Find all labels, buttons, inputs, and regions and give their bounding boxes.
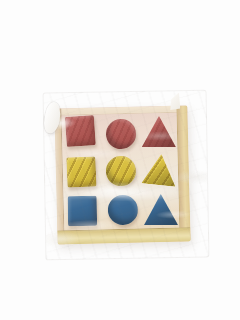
board-frame-bottom bbox=[57, 227, 190, 244]
red-circle-piece bbox=[106, 119, 137, 150]
cell-r2c1 bbox=[61, 154, 100, 191]
cell-r3c1 bbox=[62, 193, 101, 230]
yellow-triangle-piece bbox=[141, 152, 178, 186]
blue-square-piece bbox=[67, 196, 96, 226]
cell-r2c2 bbox=[100, 153, 139, 190]
cell-r3c3 bbox=[139, 191, 178, 228]
blue-triangle-piece bbox=[144, 193, 178, 224]
product-photo bbox=[0, 0, 240, 320]
red-square-piece bbox=[64, 115, 95, 147]
yellow-circle-piece bbox=[106, 156, 137, 187]
cell-r1c1 bbox=[61, 115, 100, 152]
cell-r3c2 bbox=[101, 192, 140, 229]
cell-r1c2 bbox=[99, 114, 138, 151]
yellow-square-piece bbox=[66, 156, 96, 187]
puzzle-board bbox=[54, 105, 190, 244]
shape-grid bbox=[61, 113, 179, 230]
red-triangle-piece bbox=[142, 116, 176, 147]
cell-r1c3 bbox=[137, 113, 176, 150]
cell-r2c3 bbox=[138, 152, 177, 189]
blue-circle-piece bbox=[108, 195, 139, 226]
board-frame-right bbox=[176, 105, 190, 241]
